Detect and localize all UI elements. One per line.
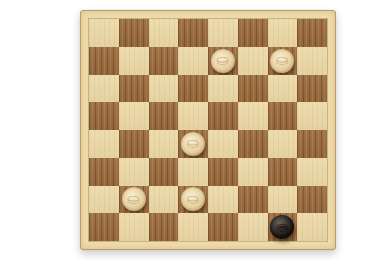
square-r6-c8[interactable] bbox=[297, 158, 327, 186]
square-r2-c2[interactable] bbox=[119, 47, 149, 75]
checkers-board: ⛀⛀⛀⛀⛀⛂ bbox=[80, 10, 336, 250]
square-r2-c8[interactable] bbox=[297, 47, 327, 75]
square-r8-c4[interactable] bbox=[178, 213, 208, 241]
square-r1-c3[interactable] bbox=[149, 19, 179, 47]
square-r6-c4[interactable] bbox=[178, 158, 208, 186]
square-r6-c7[interactable] bbox=[268, 158, 298, 186]
square-r8-c3[interactable] bbox=[149, 213, 179, 241]
dark-checker-piece[interactable]: ⛂ bbox=[270, 215, 294, 239]
square-r5-c1[interactable] bbox=[89, 130, 119, 158]
light-checker-piece[interactable]: ⛀ bbox=[270, 49, 294, 73]
square-r2-c6[interactable] bbox=[238, 47, 268, 75]
light-checker-piece[interactable]: ⛀ bbox=[211, 49, 235, 73]
square-r7-c8[interactable] bbox=[297, 186, 327, 214]
square-r2-c7[interactable]: ⛀ bbox=[268, 47, 298, 75]
square-r5-c4[interactable]: ⛀ bbox=[178, 130, 208, 158]
square-r5-c2[interactable] bbox=[119, 130, 149, 158]
square-r7-c6[interactable] bbox=[238, 186, 268, 214]
square-r8-c5[interactable] bbox=[208, 213, 238, 241]
light-checker-piece[interactable]: ⛀ bbox=[181, 132, 205, 156]
square-r1-c1[interactable] bbox=[89, 19, 119, 47]
square-r3-c3[interactable] bbox=[149, 75, 179, 103]
square-r4-c3[interactable] bbox=[149, 102, 179, 130]
square-r4-c1[interactable] bbox=[89, 102, 119, 130]
square-r8-c8[interactable] bbox=[297, 213, 327, 241]
square-r1-c7[interactable] bbox=[268, 19, 298, 47]
square-r3-c2[interactable] bbox=[119, 75, 149, 103]
square-r3-c7[interactable] bbox=[268, 75, 298, 103]
square-r5-c8[interactable] bbox=[297, 130, 327, 158]
square-r5-c7[interactable] bbox=[268, 130, 298, 158]
square-r5-c5[interactable] bbox=[208, 130, 238, 158]
square-r2-c3[interactable] bbox=[149, 47, 179, 75]
square-r1-c2[interactable] bbox=[119, 19, 149, 47]
square-r6-c5[interactable] bbox=[208, 158, 238, 186]
square-r8-c7[interactable]: ⛂ bbox=[268, 213, 298, 241]
square-r1-c6[interactable] bbox=[238, 19, 268, 47]
light-checker-piece[interactable]: ⛀ bbox=[181, 187, 205, 211]
square-r5-c6[interactable] bbox=[238, 130, 268, 158]
square-r2-c4[interactable] bbox=[178, 47, 208, 75]
square-r3-c5[interactable] bbox=[208, 75, 238, 103]
square-r7-c4[interactable]: ⛀ bbox=[178, 186, 208, 214]
square-r4-c8[interactable] bbox=[297, 102, 327, 130]
square-r6-c2[interactable] bbox=[119, 158, 149, 186]
square-r5-c3[interactable] bbox=[149, 130, 179, 158]
square-r4-c6[interactable] bbox=[238, 102, 268, 130]
square-r2-c5[interactable]: ⛀ bbox=[208, 47, 238, 75]
square-r1-c8[interactable] bbox=[297, 19, 327, 47]
square-r4-c2[interactable] bbox=[119, 102, 149, 130]
square-r3-c1[interactable] bbox=[89, 75, 119, 103]
square-r2-c1[interactable] bbox=[89, 47, 119, 75]
square-r7-c2[interactable]: ⛀ bbox=[119, 186, 149, 214]
photo-backdrop: ⛀⛀⛀⛀⛀⛂ bbox=[0, 0, 390, 261]
square-r6-c1[interactable] bbox=[89, 158, 119, 186]
square-r4-c7[interactable] bbox=[268, 102, 298, 130]
square-r8-c1[interactable] bbox=[89, 213, 119, 241]
square-r3-c6[interactable] bbox=[238, 75, 268, 103]
square-r7-c3[interactable] bbox=[149, 186, 179, 214]
square-r1-c4[interactable] bbox=[178, 19, 208, 47]
square-r7-c5[interactable] bbox=[208, 186, 238, 214]
light-checker-piece[interactable]: ⛀ bbox=[122, 187, 146, 211]
square-r7-c7[interactable] bbox=[268, 186, 298, 214]
square-r4-c4[interactable] bbox=[178, 102, 208, 130]
square-r8-c2[interactable] bbox=[119, 213, 149, 241]
square-r6-c6[interactable] bbox=[238, 158, 268, 186]
square-r4-c5[interactable] bbox=[208, 102, 238, 130]
board-grid: ⛀⛀⛀⛀⛀⛂ bbox=[89, 19, 327, 241]
square-r8-c6[interactable] bbox=[238, 213, 268, 241]
square-r7-c1[interactable] bbox=[89, 186, 119, 214]
square-r3-c8[interactable] bbox=[297, 75, 327, 103]
square-r1-c5[interactable] bbox=[208, 19, 238, 47]
square-r3-c4[interactable] bbox=[178, 75, 208, 103]
square-r6-c3[interactable] bbox=[149, 158, 179, 186]
